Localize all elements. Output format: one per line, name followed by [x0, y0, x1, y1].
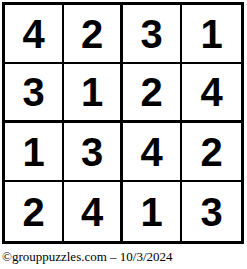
cell-r4c3: 1	[123, 182, 182, 241]
cell-r2c1: 3	[5, 64, 64, 123]
cell-r3c3: 4	[123, 123, 182, 182]
sudoku-page: 4 2 3 1 3 1 2 4 1 3 4 2 2 4 1 3 ©grouppu…	[0, 0, 247, 269]
cell-r3c4: 2	[182, 123, 241, 182]
cell-r3c1: 1	[5, 123, 64, 182]
cell-r4c2: 4	[64, 182, 123, 241]
cell-r3c2: 3	[64, 123, 123, 182]
cell-r1c4: 1	[182, 5, 241, 64]
cell-r2c3: 2	[123, 64, 182, 123]
cell-r1c1: 4	[5, 5, 64, 64]
copyright-credit: ©grouppuzzles.com – 10/3/2024	[2, 249, 173, 265]
cell-r2c2: 1	[64, 64, 123, 123]
cell-r1c2: 2	[64, 5, 123, 64]
sudoku-board: 4 2 3 1 3 1 2 4 1 3 4 2 2 4 1 3	[2, 2, 244, 244]
cell-r4c1: 2	[5, 182, 64, 241]
cell-r4c4: 3	[182, 182, 241, 241]
cell-r2c4: 4	[182, 64, 241, 123]
cell-r1c3: 3	[123, 5, 182, 64]
